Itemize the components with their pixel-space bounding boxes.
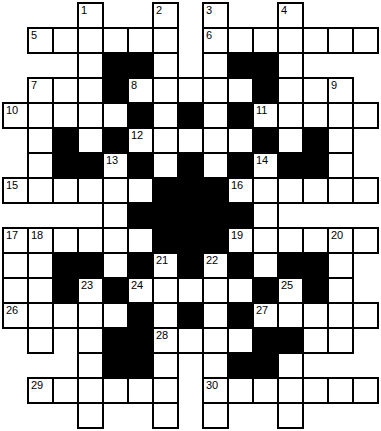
black-cell-r13c11 [277,327,304,354]
cell-r13c9[interactable] [227,327,254,354]
cell-r10c0[interactable] [2,252,29,279]
black-cell-r9c6 [152,227,179,254]
black-cell-r10c3 [77,252,104,279]
cell-r3c1[interactable]: 7 [27,77,54,104]
clue-number-3: 3 [206,4,212,17]
cell-r7c0[interactable]: 15 [2,177,29,204]
clue-number-12: 12 [131,129,143,142]
cell-r10c10[interactable] [252,252,279,279]
cell-r12c8[interactable] [202,302,229,329]
cell-r1c13[interactable] [327,27,354,54]
cell-r4c0[interactable]: 10 [2,102,29,129]
cell-r9c11[interactable] [277,227,304,254]
cell-r9c1[interactable]: 18 [27,227,54,254]
black-cell-r3c4 [102,77,129,104]
black-cell-r10c7 [177,252,204,279]
cell-r4c8[interactable] [202,102,229,129]
cell-r1c4[interactable] [102,27,129,54]
cell-r5c13[interactable] [327,127,354,154]
clue-number-23: 23 [81,279,93,292]
clue-number-19: 19 [231,229,243,242]
clue-number-20: 20 [331,229,343,242]
cell-r10c8[interactable]: 22 [202,252,229,279]
cell-r10c1[interactable] [27,252,54,279]
black-cell-r6c12 [302,152,329,179]
cell-r11c11[interactable]: 25 [277,277,304,304]
black-cell-r14c9 [227,352,254,379]
cell-r1c14[interactable] [352,27,379,54]
black-cell-r7c7 [177,177,204,204]
cell-r6c10[interactable]: 14 [252,152,279,179]
cell-r6c13[interactable] [327,152,354,179]
cell-r3c5[interactable]: 8 [127,77,154,104]
black-cell-r4c9 [227,102,254,129]
black-cell-r8c9 [227,202,254,229]
black-cell-r13c5 [127,327,154,354]
cell-r12c1[interactable] [27,302,54,329]
black-cell-r2c4 [102,52,129,79]
cell-r7c12[interactable] [302,177,329,204]
cell-r7c2[interactable] [52,177,79,204]
cell-r4c12[interactable] [302,102,329,129]
clue-number-8: 8 [131,79,137,92]
cell-r12c10[interactable]: 27 [252,302,279,329]
clue-number-28: 28 [156,329,168,342]
clue-number-14: 14 [256,154,268,167]
cell-r11c0[interactable] [2,277,29,304]
cell-r9c9[interactable]: 19 [227,227,254,254]
cell-r7c4[interactable] [102,177,129,204]
cell-r9c4[interactable] [102,227,129,254]
cell-r15c8[interactable]: 30 [202,377,229,404]
cell-r3c9[interactable] [227,77,254,104]
cell-r15c12[interactable] [302,377,329,404]
cell-r13c1[interactable] [27,327,54,354]
cell-r1c2[interactable] [52,27,79,54]
clue-number-4: 4 [281,4,287,17]
cell-r13c13[interactable] [327,327,354,354]
cell-r4c11[interactable] [277,102,304,129]
black-cell-r2c10 [252,52,279,79]
cell-r7c3[interactable] [77,177,104,204]
cell-r3c3[interactable] [77,77,104,104]
cell-r3c13[interactable]: 9 [327,77,354,104]
black-cell-r11c10 [252,277,279,304]
black-cell-r8c8 [202,202,229,229]
cell-r6c6[interactable] [152,152,179,179]
cell-r13c3[interactable] [77,327,104,354]
cell-r1c1[interactable]: 5 [27,27,54,54]
cell-r9c13[interactable]: 20 [327,227,354,254]
cell-r0c6[interactable]: 2 [152,2,179,29]
clue-number-29: 29 [31,379,43,392]
cell-r15c10[interactable] [252,377,279,404]
clue-number-27: 27 [256,304,268,317]
cell-r5c1[interactable] [27,127,54,154]
black-cell-r4c5 [127,102,154,129]
black-cell-r8c6 [152,202,179,229]
cell-r15c11[interactable] [277,377,304,404]
cell-r7c13[interactable] [327,177,354,204]
cell-r8c4[interactable] [102,202,129,229]
clue-number-30: 30 [206,379,218,392]
cell-r14c11[interactable] [277,352,304,379]
black-cell-r7c8 [202,177,229,204]
cell-r12c11[interactable] [277,302,304,329]
cell-r11c1[interactable] [27,277,54,304]
cell-r15c2[interactable] [52,377,79,404]
cell-r4c3[interactable] [77,102,104,129]
clue-number-10: 10 [6,104,18,117]
cell-r2c8[interactable] [202,52,229,79]
cell-r9c12[interactable] [302,227,329,254]
cell-r5c11[interactable] [277,127,304,154]
cell-r1c10[interactable] [252,27,279,54]
cell-r3c7[interactable] [177,77,204,104]
cell-r7c11[interactable] [277,177,304,204]
cell-r4c6[interactable] [152,102,179,129]
cell-r7c10[interactable] [252,177,279,204]
cell-r16c11[interactable] [277,402,304,429]
cell-r9c2[interactable] [52,227,79,254]
clue-number-7: 7 [31,79,37,92]
cell-r15c1[interactable]: 29 [27,377,54,404]
clue-number-24: 24 [131,279,143,292]
black-cell-r10c9 [227,252,254,279]
clue-number-6: 6 [206,29,212,42]
cell-r13c8[interactable] [202,327,229,354]
black-cell-r12c9 [227,302,254,329]
cell-r12c2[interactable] [52,302,79,329]
cell-r5c6[interactable] [152,127,179,154]
cell-r5c3[interactable] [77,127,104,154]
clue-number-17: 17 [6,229,18,242]
cell-r10c4[interactable] [102,252,129,279]
black-cell-r5c4 [102,127,129,154]
black-cell-r2c5 [127,52,154,79]
black-cell-r6c5 [127,152,154,179]
black-cell-r13c10 [252,327,279,354]
cell-r6c1[interactable] [27,152,54,179]
black-cell-r2c9 [227,52,254,79]
cell-r12c14[interactable] [352,302,379,329]
clue-number-18: 18 [31,229,43,242]
cell-r0c3[interactable]: 1 [77,2,104,29]
black-cell-r7c6 [152,177,179,204]
cell-r1c12[interactable] [302,27,329,54]
clue-number-21: 21 [156,254,168,267]
cell-r4c13[interactable] [327,102,354,129]
cell-r12c3[interactable] [77,302,104,329]
cell-r7c1[interactable] [27,177,54,204]
black-cell-r10c11 [277,252,304,279]
clue-number-2: 2 [156,4,162,17]
cell-r3c6[interactable] [152,77,179,104]
cell-r7c14[interactable] [352,177,379,204]
cell-r1c9[interactable] [227,27,254,54]
cell-r12c0[interactable]: 26 [2,302,29,329]
cell-r15c3[interactable] [77,377,104,404]
clue-number-5: 5 [31,29,37,42]
cell-r7c9[interactable]: 16 [227,177,254,204]
cell-r15c6[interactable] [152,377,179,404]
cell-r5c8[interactable] [202,127,229,154]
cell-r3c2[interactable] [52,77,79,104]
black-cell-r10c2 [52,252,79,279]
black-cell-r13c4 [102,327,129,354]
cell-r11c6[interactable] [152,277,179,304]
cell-r16c3[interactable] [77,402,104,429]
black-cell-r3c10 [252,77,279,104]
black-cell-r11c12 [302,277,329,304]
black-cell-r8c7 [177,202,204,229]
cell-r12c13[interactable] [327,302,354,329]
cell-r11c13[interactable] [327,277,354,304]
cell-r4c1[interactable] [27,102,54,129]
black-cell-r5c2 [52,127,79,154]
black-cell-r14c4 [102,352,129,379]
black-cell-r10c5 [127,252,154,279]
cell-r11c9[interactable] [227,277,254,304]
cell-r5c5[interactable]: 12 [127,127,154,154]
cell-r9c14[interactable] [352,227,379,254]
black-cell-r12c7 [177,302,204,329]
clue-number-9: 9 [331,79,337,92]
cell-r11c7[interactable] [177,277,204,304]
cell-r7c5[interactable] [127,177,154,204]
cell-r1c5[interactable] [127,27,154,54]
cell-r11c8[interactable] [202,277,229,304]
cell-r1c11[interactable] [277,27,304,54]
cell-r10c6[interactable]: 21 [152,252,179,279]
cell-r0c8[interactable]: 3 [202,2,229,29]
cell-r2c6[interactable] [152,52,179,79]
cell-r14c6[interactable] [152,352,179,379]
black-cell-r8c5 [127,202,154,229]
cell-r12c12[interactable] [302,302,329,329]
clue-number-25: 25 [281,279,293,292]
black-cell-r6c9 [227,152,254,179]
cell-r15c5[interactable] [127,377,154,404]
black-cell-r10c12 [302,252,329,279]
black-cell-r6c3 [77,152,104,179]
crossword-grid: 1234567891011121314151617181920212223242… [0,0,381,431]
black-cell-r11c4 [102,277,129,304]
cell-r1c8[interactable]: 6 [202,27,229,54]
cell-r16c8[interactable] [202,402,229,429]
cell-r3c12[interactable] [302,77,329,104]
cell-r2c11[interactable] [277,52,304,79]
cell-r15c14[interactable] [352,377,379,404]
black-cell-r9c7 [177,227,204,254]
cell-r9c0[interactable]: 17 [2,227,29,254]
cell-r3c8[interactable] [202,77,229,104]
cell-r0c11[interactable]: 4 [277,2,304,29]
cell-r3c11[interactable] [277,77,304,104]
cell-r1c6[interactable] [152,27,179,54]
cell-r4c14[interactable] [352,102,379,129]
black-cell-r5c12 [302,127,329,154]
black-cell-r9c8 [202,227,229,254]
cell-r12c6[interactable] [152,302,179,329]
cell-r11c3[interactable]: 23 [77,277,104,304]
cell-r15c4[interactable] [102,377,129,404]
cell-r9c3[interactable] [77,227,104,254]
cell-r9c10[interactable] [252,227,279,254]
cell-r8c10[interactable] [252,202,279,229]
black-cell-r12c5 [127,302,154,329]
black-cell-r6c7 [177,152,204,179]
black-cell-r4c7 [177,102,204,129]
cell-r6c8[interactable] [202,152,229,179]
clue-number-26: 26 [6,304,18,317]
cell-r14c3[interactable] [77,352,104,379]
cell-r6c4[interactable]: 13 [102,152,129,179]
cell-r4c2[interactable] [52,102,79,129]
black-cell-r5c10 [252,127,279,154]
cell-r13c12[interactable] [302,327,329,354]
cell-r15c13[interactable] [327,377,354,404]
cell-r4c10[interactable]: 11 [252,102,279,129]
cell-r15c9[interactable] [227,377,254,404]
cell-r5c9[interactable] [227,127,254,154]
cell-r2c3[interactable] [77,52,104,79]
cell-r13c6[interactable]: 28 [152,327,179,354]
cell-r4c4[interactable] [102,102,129,129]
cell-r9c5[interactable] [127,227,154,254]
cell-r1c3[interactable] [77,27,104,54]
cell-r16c6[interactable] [152,402,179,429]
cell-r14c8[interactable] [202,352,229,379]
cell-r11c5[interactable]: 24 [127,277,154,304]
black-cell-r14c5 [127,352,154,379]
clue-number-22: 22 [206,254,218,267]
clue-number-11: 11 [256,104,267,117]
clue-number-15: 15 [6,179,18,192]
cell-r12c4[interactable] [102,302,129,329]
clue-number-1: 1 [81,4,87,17]
black-cell-r14c10 [252,352,279,379]
black-cell-r6c2 [52,152,79,179]
black-cell-r11c2 [52,277,79,304]
cell-r10c13[interactable] [327,252,354,279]
cell-r13c7[interactable] [177,327,204,354]
black-cell-r6c11 [277,152,304,179]
clue-number-13: 13 [106,154,118,167]
cell-r5c7[interactable] [177,127,204,154]
clue-number-16: 16 [231,179,243,192]
